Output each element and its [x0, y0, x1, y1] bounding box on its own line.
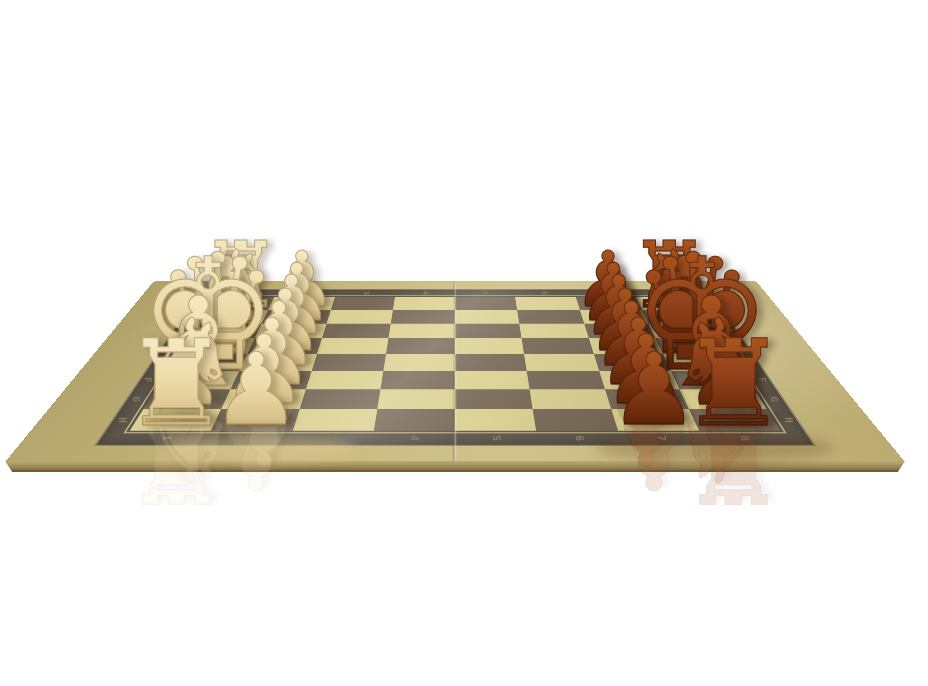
square-g2[interactable] — [221, 389, 305, 409]
square-g5[interactable] — [455, 389, 533, 409]
square-b4[interactable] — [391, 310, 455, 324]
square-g8[interactable] — [679, 389, 766, 409]
square-a4[interactable] — [393, 297, 455, 310]
square-b5[interactable] — [455, 310, 519, 324]
square-b2[interactable] — [262, 310, 331, 324]
square-e1[interactable] — [168, 354, 248, 371]
square-h5[interactable] — [455, 409, 536, 431]
square-d8[interactable] — [655, 338, 732, 354]
square-f8[interactable] — [671, 371, 754, 389]
board-edge-rim — [5, 461, 905, 472]
square-d4[interactable] — [386, 338, 455, 354]
square-c8[interactable] — [648, 323, 722, 338]
square-h4[interactable] — [374, 409, 455, 431]
square-f2[interactable] — [231, 371, 312, 389]
square-a8[interactable] — [636, 297, 704, 310]
fold-crease — [452, 281, 457, 462]
square-a1[interactable] — [206, 297, 274, 310]
square-f4[interactable] — [380, 371, 455, 389]
square-f6[interactable] — [527, 371, 605, 389]
square-h7[interactable] — [611, 409, 699, 431]
square-d6[interactable] — [522, 338, 594, 354]
square-c6[interactable] — [519, 323, 588, 338]
square-c2[interactable] — [255, 323, 326, 338]
square-f5[interactable] — [455, 371, 530, 389]
square-h8[interactable] — [689, 409, 781, 431]
square-c1[interactable] — [188, 323, 262, 338]
square-b6[interactable] — [517, 310, 584, 324]
square-e7[interactable] — [593, 354, 670, 371]
square-d2[interactable] — [247, 338, 321, 354]
square-e8[interactable] — [663, 354, 743, 371]
square-a5[interactable] — [455, 297, 517, 310]
square-c7[interactable] — [584, 323, 655, 338]
square-g4[interactable] — [377, 389, 455, 409]
square-b3[interactable] — [326, 310, 393, 324]
square-c5[interactable] — [455, 323, 522, 338]
square-g3[interactable] — [299, 389, 380, 409]
square-g1[interactable] — [143, 389, 230, 409]
square-a3[interactable] — [331, 297, 395, 310]
square-h1[interactable] — [130, 409, 222, 431]
square-f1[interactable] — [156, 371, 239, 389]
square-e3[interactable] — [311, 354, 386, 371]
square-c4[interactable] — [388, 323, 455, 338]
square-b7[interactable] — [579, 310, 648, 324]
photo-of-chess-set: 1234567812345678ABCDEFGHABCDEFGH♜♟♟♜♞♟♟♞… — [0, 0, 928, 686]
square-d5[interactable] — [455, 338, 524, 354]
square-a2[interactable] — [268, 297, 334, 310]
square-d3[interactable] — [317, 338, 389, 354]
square-a6[interactable] — [515, 297, 579, 310]
square-e4[interactable] — [383, 354, 455, 371]
square-d1[interactable] — [178, 338, 255, 354]
square-g6[interactable] — [530, 389, 611, 409]
square-h6[interactable] — [533, 409, 618, 431]
square-e2[interactable] — [239, 354, 316, 371]
square-e6[interactable] — [524, 354, 599, 371]
square-g7[interactable] — [605, 389, 689, 409]
square-d7[interactable] — [588, 338, 662, 354]
square-b8[interactable] — [642, 310, 713, 324]
square-c3[interactable] — [322, 323, 391, 338]
square-h3[interactable] — [292, 409, 377, 431]
square-e5[interactable] — [455, 354, 527, 371]
square-a7[interactable] — [575, 297, 641, 310]
square-f3[interactable] — [305, 371, 383, 389]
square-f7[interactable] — [599, 371, 680, 389]
square-b1[interactable] — [197, 310, 268, 324]
board-mat — [5, 281, 905, 462]
square-h2[interactable] — [211, 409, 299, 431]
